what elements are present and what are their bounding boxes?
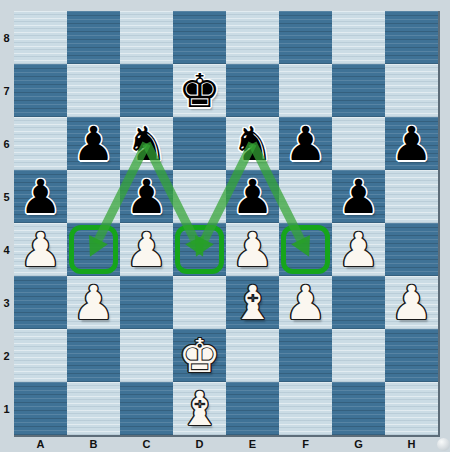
rank-label-7: 7 xyxy=(0,64,13,117)
square-b6[interactable]: ♟ xyxy=(67,117,120,170)
square-a1[interactable] xyxy=(14,382,67,435)
piece-black-pawn-e5[interactable]: ♟ xyxy=(231,173,273,220)
square-f8[interactable] xyxy=(279,11,332,64)
corner-sphere-decoration xyxy=(437,438,450,451)
square-a5[interactable]: ♟ xyxy=(14,170,67,223)
square-c4[interactable]: ♟ xyxy=(120,223,173,276)
square-e4[interactable]: ♟ xyxy=(226,223,279,276)
file-label-e: E xyxy=(226,437,279,451)
rank-label-8: 8 xyxy=(0,11,13,64)
chess-app-canvas: ♚♟♞♞♟♟♟♟♟♟♟♟♟♟♟♝♟♟♚♝ 87654321ABCDEFGH xyxy=(0,0,450,452)
square-h6[interactable]: ♟ xyxy=(385,117,438,170)
piece-black-pawn-b6[interactable]: ♟ xyxy=(72,120,114,167)
square-g3[interactable] xyxy=(332,276,385,329)
piece-white-pawn-e4[interactable]: ♟ xyxy=(231,226,273,273)
square-e5[interactable]: ♟ xyxy=(226,170,279,223)
square-a2[interactable] xyxy=(14,329,67,382)
piece-white-king-d2[interactable]: ♚ xyxy=(178,332,220,379)
piece-white-pawn-f3[interactable]: ♟ xyxy=(284,279,326,326)
square-h5[interactable] xyxy=(385,170,438,223)
square-c7[interactable] xyxy=(120,64,173,117)
square-b1[interactable] xyxy=(67,382,120,435)
square-g6[interactable] xyxy=(332,117,385,170)
rank-label-1: 1 xyxy=(0,382,13,435)
square-d6[interactable] xyxy=(173,117,226,170)
square-h8[interactable] xyxy=(385,11,438,64)
square-h1[interactable] xyxy=(385,382,438,435)
square-c2[interactable] xyxy=(120,329,173,382)
square-e2[interactable] xyxy=(226,329,279,382)
piece-black-pawn-f6[interactable]: ♟ xyxy=(284,120,326,167)
square-a4[interactable]: ♟ xyxy=(14,223,67,276)
rank-label-5: 5 xyxy=(0,170,13,223)
piece-black-pawn-a5[interactable]: ♟ xyxy=(19,173,61,220)
square-h4[interactable] xyxy=(385,223,438,276)
square-e7[interactable] xyxy=(226,64,279,117)
square-b8[interactable] xyxy=(67,11,120,64)
chess-board: ♚♟♞♞♟♟♟♟♟♟♟♟♟♟♟♝♟♟♚♝ xyxy=(14,11,440,437)
highlight-square-b4 xyxy=(69,225,118,274)
highlight-square-d4 xyxy=(175,225,224,274)
square-e3[interactable]: ♝ xyxy=(226,276,279,329)
file-label-h: H xyxy=(385,437,438,451)
square-g5[interactable]: ♟ xyxy=(332,170,385,223)
square-d8[interactable] xyxy=(173,11,226,64)
square-d7[interactable]: ♚ xyxy=(173,64,226,117)
rank-label-2: 2 xyxy=(0,329,13,382)
piece-white-pawn-g4[interactable]: ♟ xyxy=(337,226,379,273)
square-f1[interactable] xyxy=(279,382,332,435)
square-g2[interactable] xyxy=(332,329,385,382)
piece-white-pawn-a4[interactable]: ♟ xyxy=(19,226,61,273)
file-label-g: G xyxy=(332,437,385,451)
square-d2[interactable]: ♚ xyxy=(173,329,226,382)
rank-label-6: 6 xyxy=(0,117,13,170)
piece-white-pawn-b3[interactable]: ♟ xyxy=(72,279,114,326)
square-a3[interactable] xyxy=(14,276,67,329)
square-c1[interactable] xyxy=(120,382,173,435)
square-g1[interactable] xyxy=(332,382,385,435)
piece-black-pawn-h6[interactable]: ♟ xyxy=(390,120,432,167)
square-e1[interactable] xyxy=(226,382,279,435)
square-g8[interactable] xyxy=(332,11,385,64)
piece-black-pawn-g5[interactable]: ♟ xyxy=(337,173,379,220)
square-b3[interactable]: ♟ xyxy=(67,276,120,329)
square-a7[interactable] xyxy=(14,64,67,117)
rank-label-3: 3 xyxy=(0,276,13,329)
piece-black-pawn-c5[interactable]: ♟ xyxy=(125,173,167,220)
square-d5[interactable] xyxy=(173,170,226,223)
square-f4[interactable] xyxy=(279,223,332,276)
square-g4[interactable]: ♟ xyxy=(332,223,385,276)
file-label-c: C xyxy=(120,437,173,451)
square-f2[interactable] xyxy=(279,329,332,382)
file-label-b: B xyxy=(67,437,120,451)
square-e6[interactable]: ♞ xyxy=(226,117,279,170)
file-label-f: F xyxy=(279,437,332,451)
highlight-square-f4 xyxy=(281,225,330,274)
square-h2[interactable] xyxy=(385,329,438,382)
square-a6[interactable] xyxy=(14,117,67,170)
square-c6[interactable]: ♞ xyxy=(120,117,173,170)
square-h7[interactable] xyxy=(385,64,438,117)
square-c8[interactable] xyxy=(120,11,173,64)
piece-black-knight-c6[interactable]: ♞ xyxy=(125,120,167,167)
square-c3[interactable] xyxy=(120,276,173,329)
file-label-a: A xyxy=(14,437,67,451)
square-d3[interactable] xyxy=(173,276,226,329)
square-e8[interactable] xyxy=(226,11,279,64)
piece-black-king-d7[interactable]: ♚ xyxy=(178,67,220,114)
square-h3[interactable]: ♟ xyxy=(385,276,438,329)
square-a8[interactable] xyxy=(14,11,67,64)
square-f5[interactable] xyxy=(279,170,332,223)
piece-white-pawn-h3[interactable]: ♟ xyxy=(390,279,432,326)
square-b2[interactable] xyxy=(67,329,120,382)
piece-white-pawn-c4[interactable]: ♟ xyxy=(125,226,167,273)
square-f6[interactable]: ♟ xyxy=(279,117,332,170)
square-d4[interactable] xyxy=(173,223,226,276)
square-c5[interactable]: ♟ xyxy=(120,170,173,223)
square-b7[interactable] xyxy=(67,64,120,117)
rank-label-4: 4 xyxy=(0,223,13,276)
square-b5[interactable] xyxy=(67,170,120,223)
square-f3[interactable]: ♟ xyxy=(279,276,332,329)
piece-white-bishop-e3[interactable]: ♝ xyxy=(231,279,273,326)
file-label-d: D xyxy=(173,437,226,451)
square-g7[interactable] xyxy=(332,64,385,117)
square-f7[interactable] xyxy=(279,64,332,117)
piece-black-knight-e6[interactable]: ♞ xyxy=(231,120,273,167)
square-b4[interactable] xyxy=(67,223,120,276)
piece-white-bishop-d1[interactable]: ♝ xyxy=(178,385,220,432)
square-d1[interactable]: ♝ xyxy=(173,382,226,435)
